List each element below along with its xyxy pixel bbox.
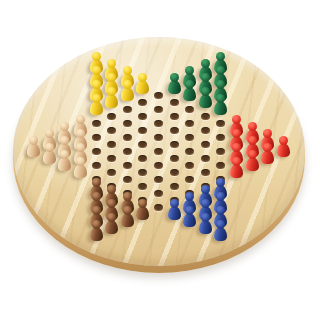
- peg-head: [216, 94, 225, 103]
- peg-red[interactable]: [246, 150, 259, 171]
- peg-blue[interactable]: [183, 206, 196, 227]
- peg-brown[interactable]: [90, 220, 103, 241]
- peg-head: [92, 178, 101, 187]
- hole[interactable]: [154, 134, 163, 141]
- peg-body: [261, 150, 274, 164]
- peg-body: [168, 80, 181, 94]
- peg-head: [138, 199, 147, 208]
- hole[interactable]: [185, 134, 194, 141]
- peg-head: [107, 213, 116, 222]
- peg-blue[interactable]: [214, 220, 227, 241]
- peg-head: [123, 66, 132, 75]
- hole[interactable]: [92, 120, 101, 127]
- hole[interactable]: [170, 183, 179, 190]
- peg-natural[interactable]: [43, 143, 56, 164]
- peg-head: [201, 59, 210, 68]
- peg-head: [201, 73, 210, 82]
- hole[interactable]: [123, 106, 132, 113]
- hole[interactable]: [138, 141, 147, 148]
- peg-head: [92, 66, 101, 75]
- peg-head: [107, 87, 116, 96]
- peg-head: [60, 136, 69, 145]
- product-photo: [0, 0, 320, 320]
- peg-head: [170, 73, 179, 82]
- peg-head: [185, 192, 194, 201]
- hole[interactable]: [201, 141, 210, 148]
- peg-head: [185, 206, 194, 215]
- peg-body: [27, 143, 40, 157]
- peg-head: [185, 66, 194, 75]
- peg-body: [90, 227, 103, 241]
- hole[interactable]: [170, 169, 179, 176]
- hole[interactable]: [216, 134, 225, 141]
- peg-head: [232, 129, 241, 138]
- hole[interactable]: [185, 106, 194, 113]
- peg-head: [248, 122, 257, 131]
- peg-body: [183, 87, 196, 101]
- peg-head: [107, 185, 116, 194]
- peg-head: [92, 206, 101, 215]
- hole[interactable]: [92, 162, 101, 169]
- peg-head: [123, 192, 132, 201]
- hole[interactable]: [123, 134, 132, 141]
- peg-body: [199, 220, 212, 234]
- peg-body: [168, 206, 181, 220]
- peg-yellow[interactable]: [105, 87, 118, 108]
- hole[interactable]: [185, 120, 194, 127]
- peg-head: [76, 143, 85, 152]
- peg-yellow[interactable]: [90, 94, 103, 115]
- hole[interactable]: [123, 176, 132, 183]
- peg-yellow[interactable]: [121, 80, 134, 101]
- peg-head: [185, 80, 194, 89]
- peg-head: [279, 136, 288, 145]
- peg-head: [138, 73, 147, 82]
- peg-body: [199, 94, 212, 108]
- peg-head: [76, 115, 85, 124]
- peg-head: [107, 199, 116, 208]
- peg-head: [201, 199, 210, 208]
- peg-head: [60, 150, 69, 159]
- hole[interactable]: [92, 148, 101, 155]
- hole[interactable]: [216, 148, 225, 155]
- hole[interactable]: [154, 148, 163, 155]
- peg-body: [183, 213, 196, 227]
- hole[interactable]: [201, 127, 210, 134]
- hole[interactable]: [170, 127, 179, 134]
- peg-natural[interactable]: [74, 157, 87, 178]
- hole[interactable]: [138, 169, 147, 176]
- hole[interactable]: [170, 113, 179, 120]
- peg-body: [105, 220, 118, 234]
- peg-natural[interactable]: [27, 136, 40, 157]
- peg-head: [107, 59, 116, 68]
- peg-head: [45, 143, 54, 152]
- hole[interactable]: [107, 141, 116, 148]
- peg-body: [105, 94, 118, 108]
- hole[interactable]: [185, 176, 194, 183]
- peg-head: [107, 73, 116, 82]
- peg-body: [246, 157, 259, 171]
- peg-body: [121, 87, 134, 101]
- hole[interactable]: [107, 169, 116, 176]
- peg-head: [201, 87, 210, 96]
- peg-head: [248, 150, 257, 159]
- hole[interactable]: [138, 155, 147, 162]
- peg-head: [216, 192, 225, 201]
- peg-head: [123, 206, 132, 215]
- hole[interactable]: [154, 92, 163, 99]
- hole[interactable]: [170, 155, 179, 162]
- peg-head: [92, 52, 101, 61]
- peg-brown[interactable]: [136, 199, 149, 220]
- peg-brown[interactable]: [105, 213, 118, 234]
- peg-head: [248, 136, 257, 145]
- hole[interactable]: [138, 113, 147, 120]
- hole[interactable]: [138, 127, 147, 134]
- peg-head: [216, 66, 225, 75]
- peg-head: [45, 129, 54, 138]
- peg-green[interactable]: [168, 73, 181, 94]
- hole-grid: [26, 64, 291, 233]
- hole[interactable]: [201, 155, 210, 162]
- peg-head: [123, 80, 132, 89]
- peg-head: [92, 220, 101, 229]
- peg-head: [201, 213, 210, 222]
- hole[interactable]: [201, 169, 210, 176]
- hole[interactable]: [138, 99, 147, 106]
- peg-head: [216, 80, 225, 89]
- hole[interactable]: [92, 134, 101, 141]
- hole[interactable]: [123, 162, 132, 169]
- peg-green[interactable]: [183, 80, 196, 101]
- peg-body: [230, 164, 243, 178]
- peg-green[interactable]: [214, 94, 227, 115]
- peg-brown[interactable]: [121, 206, 134, 227]
- hole[interactable]: [154, 204, 163, 211]
- hole[interactable]: [154, 190, 163, 197]
- peg-body: [121, 213, 134, 227]
- peg-head: [263, 143, 272, 152]
- hole[interactable]: [185, 148, 194, 155]
- peg-head: [76, 129, 85, 138]
- peg-body: [214, 101, 227, 115]
- peg-head: [232, 115, 241, 124]
- peg-red[interactable]: [277, 136, 290, 157]
- hole[interactable]: [170, 99, 179, 106]
- peg-red[interactable]: [230, 157, 243, 178]
- hole[interactable]: [185, 162, 194, 169]
- peg-blue[interactable]: [199, 213, 212, 234]
- hole[interactable]: [154, 176, 163, 183]
- peg-head: [232, 143, 241, 152]
- hole[interactable]: [216, 162, 225, 169]
- peg-head: [216, 220, 225, 229]
- hole[interactable]: [107, 155, 116, 162]
- hole[interactable]: [216, 120, 225, 127]
- peg-head: [216, 206, 225, 215]
- hole[interactable]: [138, 183, 147, 190]
- peg-body: [90, 101, 103, 115]
- peg-green[interactable]: [199, 87, 212, 108]
- peg-natural[interactable]: [58, 150, 71, 171]
- hole[interactable]: [107, 127, 116, 134]
- peg-blue[interactable]: [168, 199, 181, 220]
- peg-head: [29, 136, 38, 145]
- hole[interactable]: [154, 162, 163, 169]
- peg-body: [136, 206, 149, 220]
- hole[interactable]: [123, 120, 132, 127]
- hole[interactable]: [154, 120, 163, 127]
- peg-body: [277, 143, 290, 157]
- peg-head: [263, 129, 272, 138]
- hole[interactable]: [201, 113, 210, 120]
- peg-head: [232, 157, 241, 166]
- peg-body: [74, 164, 87, 178]
- peg-head: [76, 157, 85, 166]
- peg-head: [216, 52, 225, 61]
- peg-body: [58, 157, 71, 171]
- peg-head: [92, 94, 101, 103]
- peg-head: [216, 178, 225, 187]
- peg-body: [214, 227, 227, 241]
- peg-red[interactable]: [261, 143, 274, 164]
- peg-body: [136, 80, 149, 94]
- peg-head: [92, 192, 101, 201]
- peg-head: [201, 185, 210, 194]
- peg-head: [92, 80, 101, 89]
- peg-head: [60, 122, 69, 131]
- peg-yellow[interactable]: [136, 73, 149, 94]
- peg-head: [170, 199, 179, 208]
- hole[interactable]: [170, 141, 179, 148]
- peg-body: [43, 150, 56, 164]
- hole[interactable]: [123, 148, 132, 155]
- hole[interactable]: [154, 106, 163, 113]
- hole[interactable]: [107, 113, 116, 120]
